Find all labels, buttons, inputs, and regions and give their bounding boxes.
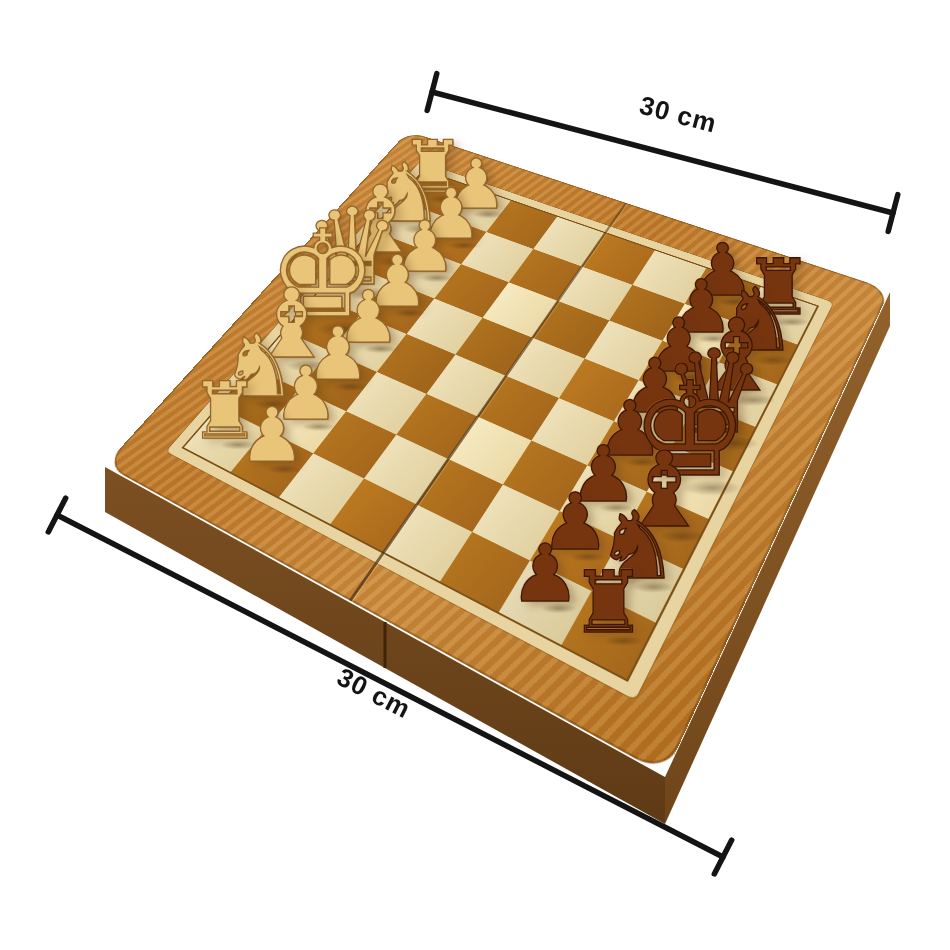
dimension-annotations: 30 cm 30 cm bbox=[0, 0, 950, 950]
product-photo-stage: ♜♞♝♛♚♝♞♜♟♟♟♟♟♟♟♟♟♟♟♟♟♟♟♟♜♞♝♛♚♝♞♜ 30 cm 3… bbox=[0, 0, 950, 950]
dimension-bottom: 30 cm bbox=[48, 498, 731, 874]
dimension-top-label: 30 cm bbox=[636, 90, 720, 139]
dimension-bottom-tick-left bbox=[48, 498, 65, 532]
dimension-bottom-tick-right bbox=[714, 840, 731, 874]
dimension-top: 30 cm bbox=[427, 74, 898, 232]
dimension-bottom-label: 30 cm bbox=[332, 662, 416, 725]
